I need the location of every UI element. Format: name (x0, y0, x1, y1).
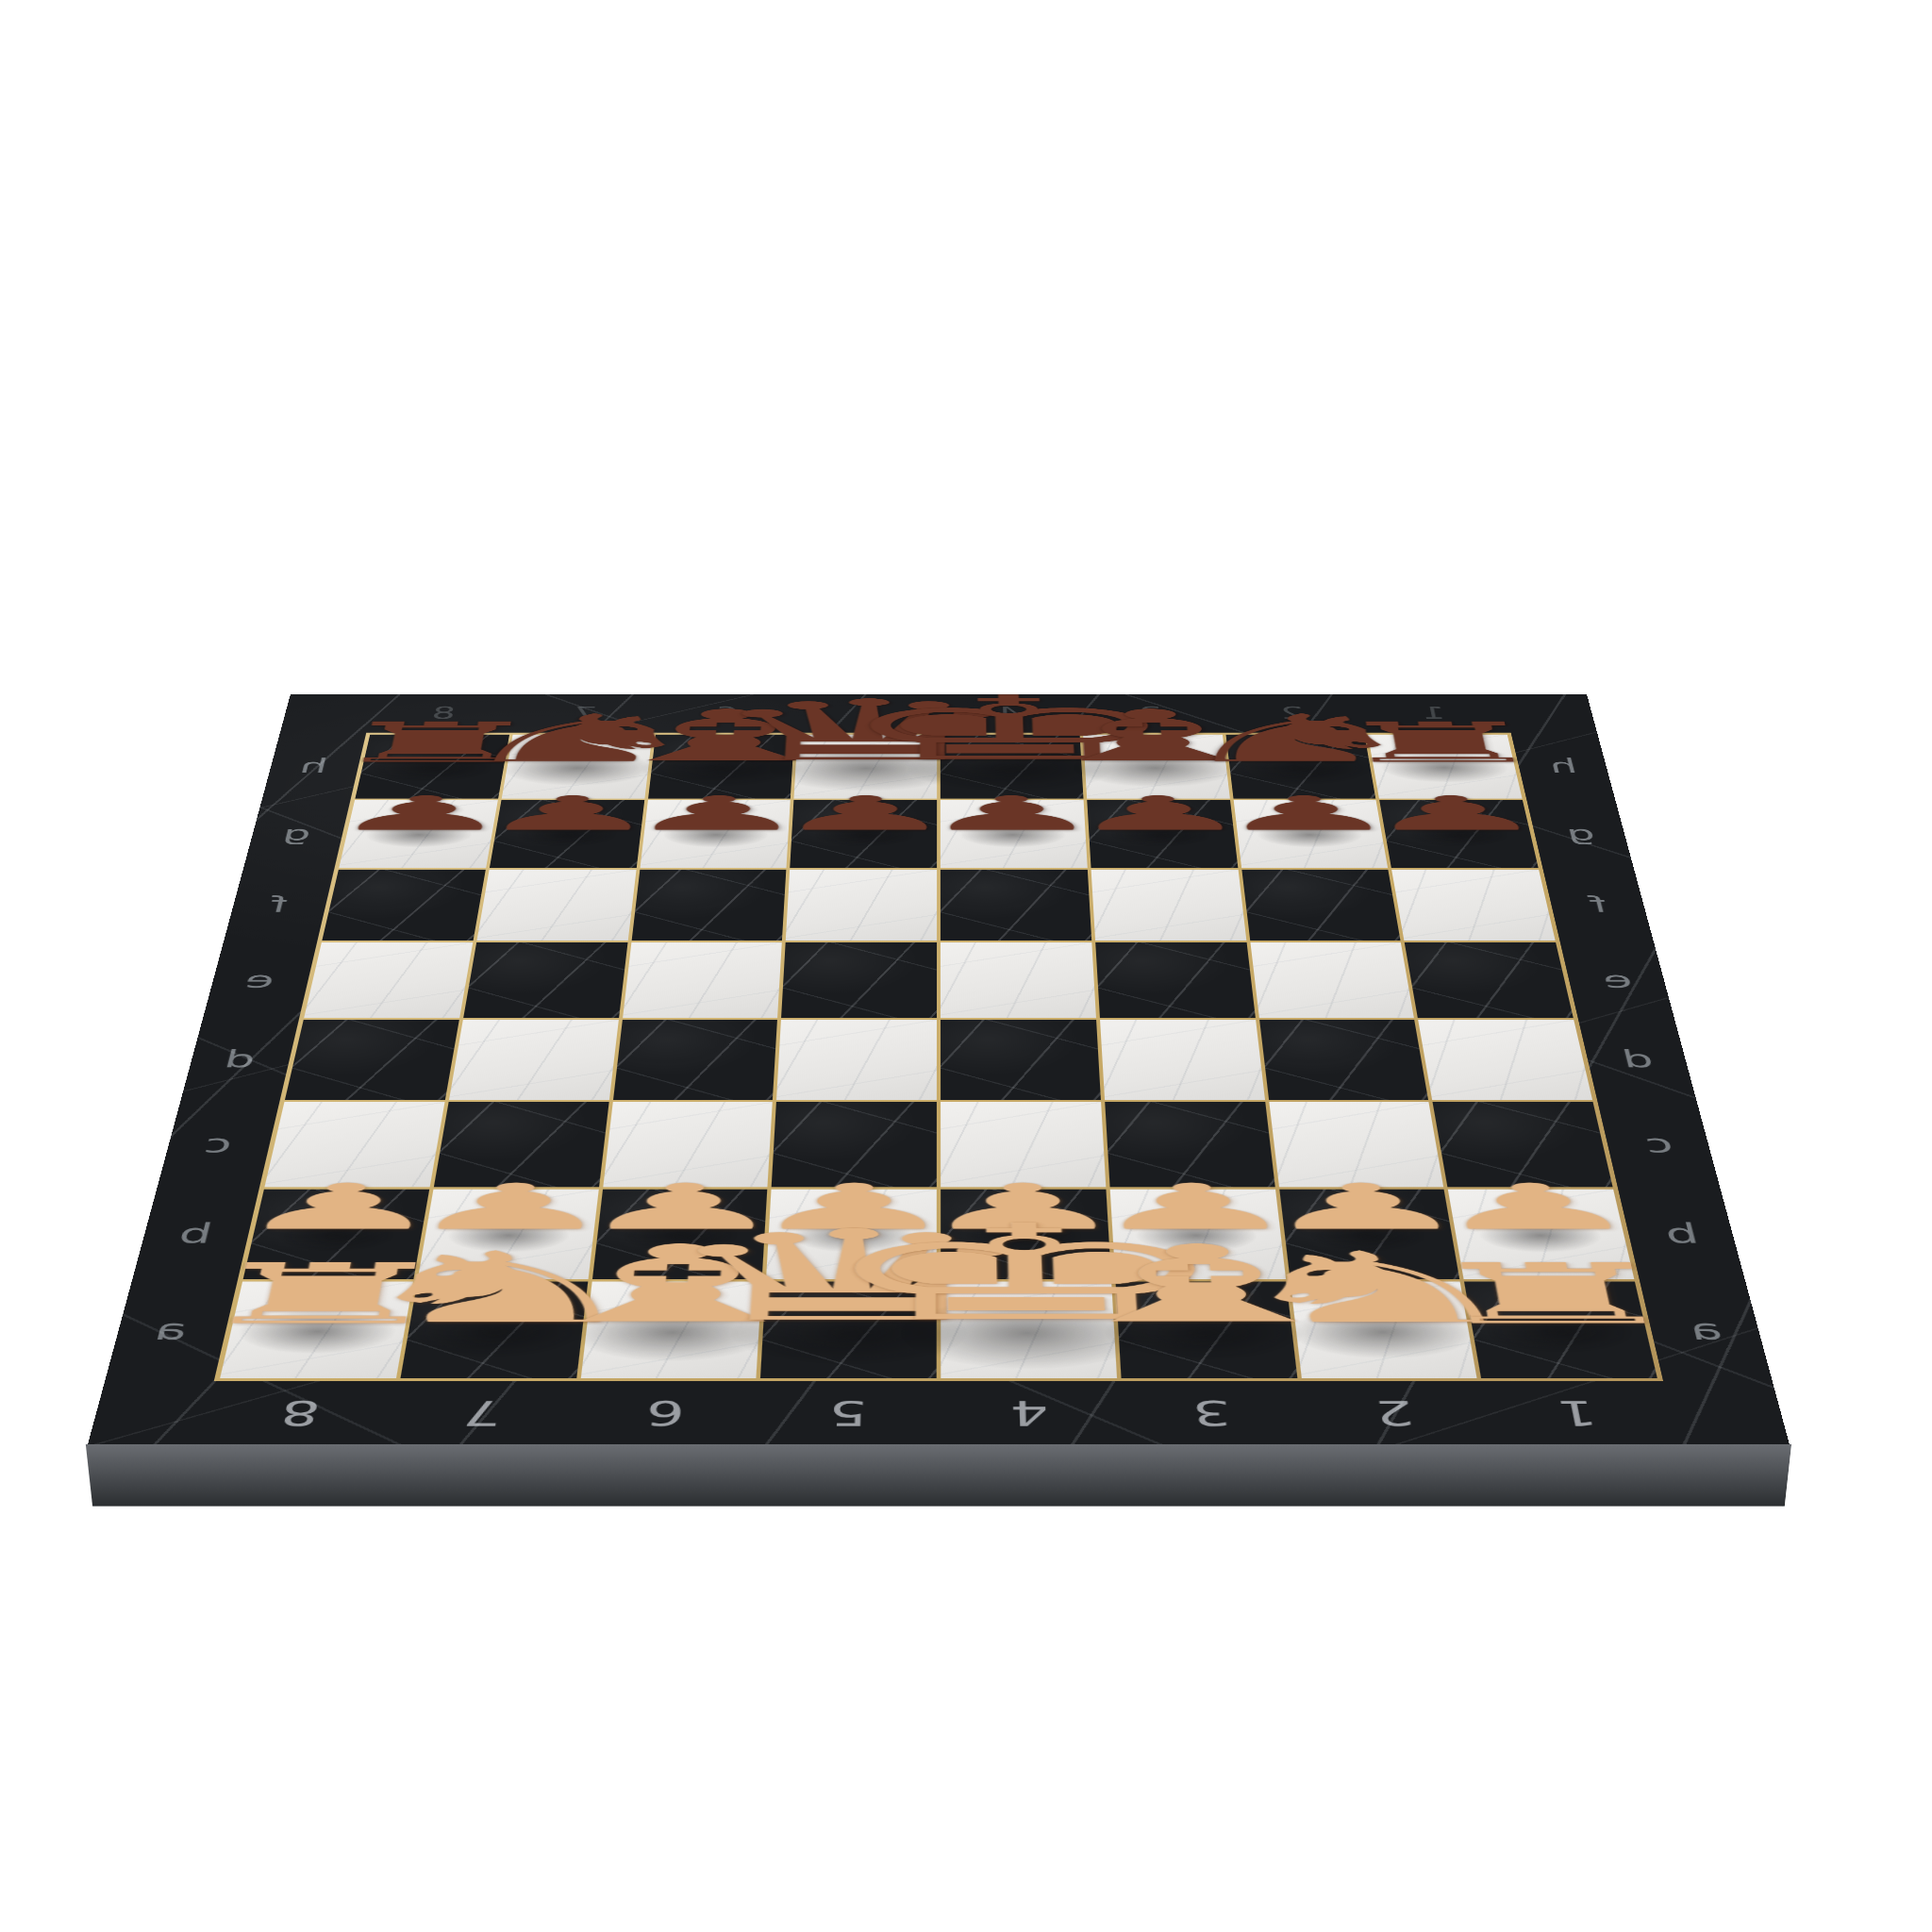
file-label-right: b (1662, 1220, 1702, 1247)
rank-label-bottom: 4 (1010, 1396, 1050, 1431)
square (1433, 1102, 1613, 1187)
file-label-left: c (202, 1131, 236, 1157)
square (1279, 1189, 1460, 1279)
square (623, 942, 782, 1018)
square (941, 1282, 1117, 1378)
square (463, 942, 627, 1018)
rank-label-bottom: 8 (278, 1396, 324, 1431)
square (417, 1189, 598, 1279)
file-label-left: f (268, 893, 290, 915)
square (449, 1020, 619, 1100)
square (1100, 1020, 1265, 1100)
square (941, 1102, 1106, 1187)
square (243, 1189, 429, 1279)
board-scene: 8765432187654321abcdefghabcdefgh ♜♞♝♛♚♝♞… (0, 0, 1932, 1932)
square (603, 1102, 773, 1187)
square (1290, 1282, 1477, 1378)
square (1091, 869, 1245, 941)
square (1269, 1102, 1444, 1187)
square (941, 1020, 1101, 1100)
square (631, 869, 786, 941)
file-label-right: d (1620, 1047, 1657, 1072)
square (591, 1189, 767, 1279)
rank-label-bottom: 2 (1373, 1396, 1416, 1431)
square (1464, 1282, 1657, 1378)
square (220, 1282, 412, 1378)
square (304, 942, 473, 1018)
square (760, 1282, 937, 1378)
square (434, 1102, 609, 1187)
rank-label-bottom: 3 (1191, 1396, 1233, 1431)
square (772, 1102, 937, 1187)
piece-black-pawn: ♟ (1357, 790, 1551, 837)
square (941, 869, 1091, 941)
square (285, 1020, 459, 1100)
product-photo-stage: 8765432187654321abcdefghabcdefgh ♜♞♝♛♚♝♞… (0, 0, 1932, 1932)
file-label-right: g (1564, 824, 1597, 844)
square (1391, 869, 1555, 941)
square (1115, 1282, 1297, 1378)
rank-label-bottom: 1 (1554, 1396, 1599, 1431)
square (322, 869, 485, 941)
file-label-right: f (1588, 893, 1609, 915)
board-edge-right (1583, 694, 1790, 1506)
board-edge-left (88, 694, 294, 1506)
square (580, 1282, 762, 1378)
square (1105, 1102, 1274, 1187)
square (781, 942, 937, 1018)
piece-black-king: ♚ (830, 685, 1191, 774)
square (1250, 942, 1414, 1018)
rank-label-bottom: 5 (827, 1396, 867, 1431)
square (776, 1020, 937, 1100)
file-label-right: a (1686, 1315, 1725, 1344)
square (1448, 1189, 1634, 1279)
file-label-left: b (176, 1220, 216, 1247)
square (786, 869, 937, 941)
square (613, 1020, 778, 1100)
rank-label-bottom: 7 (461, 1396, 505, 1431)
square (264, 1102, 444, 1187)
rank-label-bottom: 6 (644, 1396, 686, 1431)
square (941, 942, 1096, 1018)
square (400, 1282, 588, 1378)
chess-board: 8765432187654321abcdefghabcdefgh ♜♞♝♛♚♝♞… (88, 694, 1790, 1444)
file-label-left: a (152, 1315, 192, 1344)
file-label-left: g (280, 824, 313, 844)
file-label-left: e (242, 968, 276, 991)
board-edge-front (86, 1444, 1791, 1507)
square (1241, 869, 1401, 941)
square (1259, 1020, 1429, 1100)
square (1418, 1020, 1592, 1100)
square (1405, 942, 1574, 1018)
file-label-left: d (222, 1047, 258, 1072)
square (476, 869, 636, 941)
square (1095, 942, 1255, 1018)
file-label-right: e (1600, 968, 1634, 991)
file-label-right: c (1642, 1131, 1676, 1157)
